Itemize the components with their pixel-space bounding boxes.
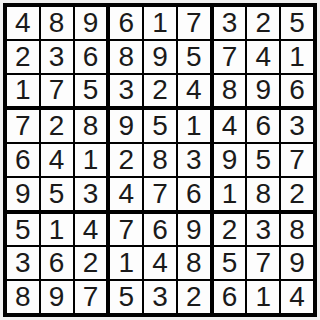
cell-r9c8[interactable]: 1 xyxy=(247,281,279,313)
cell-r8c9[interactable]: 9 xyxy=(281,247,313,279)
cell-r4c7[interactable]: 4 xyxy=(214,110,246,142)
box-3-2: 769148532 xyxy=(110,214,209,313)
cell-r5c5[interactable]: 8 xyxy=(144,144,176,176)
cell-r3c8[interactable]: 9 xyxy=(247,75,279,107)
cell-r5c8[interactable]: 5 xyxy=(247,144,279,176)
cell-r8c2[interactable]: 6 xyxy=(41,247,73,279)
cell-r8c7[interactable]: 5 xyxy=(214,247,246,279)
cell-r1c5[interactable]: 1 xyxy=(144,7,176,39)
cell-r8c3[interactable]: 2 xyxy=(75,247,107,279)
cell-r6c6[interactable]: 6 xyxy=(178,178,210,210)
cell-r8c1[interactable]: 3 xyxy=(7,247,39,279)
cell-r1c9[interactable]: 5 xyxy=(281,7,313,39)
cell-r3c1[interactable]: 1 xyxy=(7,75,39,107)
sudoku-board: 4892361756178953243257418967286419539512… xyxy=(3,3,317,317)
cell-r9c3[interactable]: 7 xyxy=(75,281,107,313)
cell-r8c5[interactable]: 4 xyxy=(144,247,176,279)
cell-r9c6[interactable]: 2 xyxy=(178,281,210,313)
cell-r5c2[interactable]: 4 xyxy=(41,144,73,176)
cell-r2c1[interactable]: 2 xyxy=(7,41,39,73)
box-2-1: 728641953 xyxy=(7,110,106,209)
cell-r1c6[interactable]: 7 xyxy=(178,7,210,39)
cell-r2c9[interactable]: 1 xyxy=(281,41,313,73)
cell-r7c7[interactable]: 2 xyxy=(214,214,246,246)
cell-r2c8[interactable]: 4 xyxy=(247,41,279,73)
cell-r3c3[interactable]: 5 xyxy=(75,75,107,107)
cell-r2c7[interactable]: 7 xyxy=(214,41,246,73)
box-1-3: 325741896 xyxy=(214,7,313,106)
cell-r7c2[interactable]: 1 xyxy=(41,214,73,246)
cell-r4c2[interactable]: 2 xyxy=(41,110,73,142)
cell-r1c7[interactable]: 3 xyxy=(214,7,246,39)
cell-r6c8[interactable]: 8 xyxy=(247,178,279,210)
cell-r6c1[interactable]: 9 xyxy=(7,178,39,210)
cell-r1c8[interactable]: 2 xyxy=(247,7,279,39)
cell-r7c3[interactable]: 4 xyxy=(75,214,107,246)
box-1-1: 489236175 xyxy=(7,7,106,106)
cell-r9c1[interactable]: 8 xyxy=(7,281,39,313)
box-2-2: 951283476 xyxy=(110,110,209,209)
cell-r7c4[interactable]: 7 xyxy=(110,214,142,246)
box-3-3: 238579614 xyxy=(214,214,313,313)
cell-r9c2[interactable]: 9 xyxy=(41,281,73,313)
cell-r2c4[interactable]: 8 xyxy=(110,41,142,73)
page-background: 4892361756178953243257418967286419539512… xyxy=(0,0,320,320)
cell-r5c9[interactable]: 7 xyxy=(281,144,313,176)
cell-r7c9[interactable]: 8 xyxy=(281,214,313,246)
cell-r1c4[interactable]: 6 xyxy=(110,7,142,39)
cell-r8c6[interactable]: 8 xyxy=(178,247,210,279)
cell-r2c6[interactable]: 5 xyxy=(178,41,210,73)
box-1-2: 617895324 xyxy=(110,7,209,106)
cell-r6c4[interactable]: 4 xyxy=(110,178,142,210)
cell-r5c6[interactable]: 3 xyxy=(178,144,210,176)
cell-r9c5[interactable]: 3 xyxy=(144,281,176,313)
cell-r2c3[interactable]: 6 xyxy=(75,41,107,73)
box-3-1: 514362897 xyxy=(7,214,106,313)
cell-r6c9[interactable]: 2 xyxy=(281,178,313,210)
cell-r3c5[interactable]: 2 xyxy=(144,75,176,107)
cell-r3c4[interactable]: 3 xyxy=(110,75,142,107)
cell-r4c4[interactable]: 9 xyxy=(110,110,142,142)
cell-r7c1[interactable]: 5 xyxy=(7,214,39,246)
cell-r6c7[interactable]: 1 xyxy=(214,178,246,210)
cell-r4c8[interactable]: 6 xyxy=(247,110,279,142)
cell-r9c9[interactable]: 4 xyxy=(281,281,313,313)
box-2-3: 463957182 xyxy=(214,110,313,209)
cell-r2c2[interactable]: 3 xyxy=(41,41,73,73)
cell-r2c5[interactable]: 9 xyxy=(144,41,176,73)
cell-r4c5[interactable]: 5 xyxy=(144,110,176,142)
cell-r5c7[interactable]: 9 xyxy=(214,144,246,176)
cell-r1c1[interactable]: 4 xyxy=(7,7,39,39)
cell-r6c5[interactable]: 7 xyxy=(144,178,176,210)
cell-r3c2[interactable]: 7 xyxy=(41,75,73,107)
cell-r5c3[interactable]: 1 xyxy=(75,144,107,176)
cell-r7c5[interactable]: 6 xyxy=(144,214,176,246)
cell-r5c4[interactable]: 2 xyxy=(110,144,142,176)
cell-r6c2[interactable]: 5 xyxy=(41,178,73,210)
cell-r4c1[interactable]: 7 xyxy=(7,110,39,142)
cell-r8c8[interactable]: 7 xyxy=(247,247,279,279)
cell-r4c9[interactable]: 3 xyxy=(281,110,313,142)
cell-r7c6[interactable]: 9 xyxy=(178,214,210,246)
cell-r3c6[interactable]: 4 xyxy=(178,75,210,107)
cell-r4c3[interactable]: 8 xyxy=(75,110,107,142)
cell-r7c8[interactable]: 3 xyxy=(247,214,279,246)
cell-r3c7[interactable]: 8 xyxy=(214,75,246,107)
cell-r1c2[interactable]: 8 xyxy=(41,7,73,39)
cell-r3c9[interactable]: 6 xyxy=(281,75,313,107)
cell-r4c6[interactable]: 1 xyxy=(178,110,210,142)
cell-r6c3[interactable]: 3 xyxy=(75,178,107,210)
cell-r1c3[interactable]: 9 xyxy=(75,7,107,39)
cell-r9c4[interactable]: 5 xyxy=(110,281,142,313)
cell-r8c4[interactable]: 1 xyxy=(110,247,142,279)
cell-r9c7[interactable]: 6 xyxy=(214,281,246,313)
cell-r5c1[interactable]: 6 xyxy=(7,144,39,176)
